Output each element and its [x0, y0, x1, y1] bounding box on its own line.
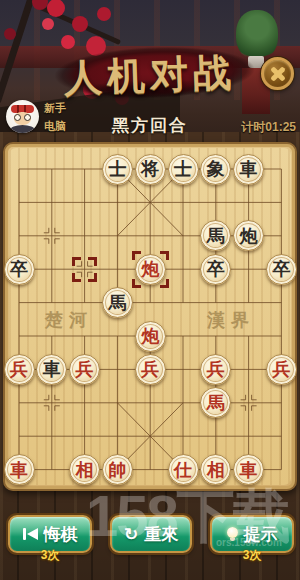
piece-black-r0c3[interactable]: 士 — [102, 154, 133, 185]
restart-label: 重來 — [144, 523, 178, 546]
piece-red-r9c5[interactable]: 仕 — [168, 454, 199, 485]
restart-icon: ↻ — [124, 526, 138, 543]
piece-red-r9c7[interactable]: 車 — [233, 454, 264, 485]
piece-black-r3c8[interactable]: 卒 — [266, 254, 297, 285]
piece-red-r3c4[interactable]: 炮 — [135, 254, 166, 285]
hint-icon — [227, 527, 238, 541]
page-title: 人机对战 — [0, 45, 300, 106]
piece-red-r6c0[interactable]: 兵 — [4, 354, 35, 385]
piece-red-r9c3[interactable]: 帥 — [102, 454, 133, 485]
piece-red-r6c4[interactable]: 兵 — [135, 354, 166, 385]
restart-button[interactable]: ↻ 重來 — [110, 515, 192, 553]
piece-red-r6c2[interactable]: 兵 — [69, 354, 100, 385]
hint-button[interactable]: 提示 3次 — [210, 515, 294, 553]
blossom-branch — [37, 4, 121, 45]
piece-black-r3c6[interactable]: 卒 — [200, 254, 231, 285]
piece-black-r6c1[interactable]: 車 — [36, 354, 67, 385]
piece-black-r4c3[interactable]: 馬 — [102, 287, 133, 318]
piece-red-r5c4[interactable]: 炮 — [135, 321, 166, 352]
undo-count: 3次 — [10, 547, 90, 564]
piece-black-r0c5[interactable]: 士 — [168, 154, 199, 185]
piece-red-r6c6[interactable]: 兵 — [200, 354, 231, 385]
xiangqi-board[interactable]: 楚河 漢界 士将士象車馬炮卒卒卒馬車炮炮兵兵兵兵兵馬車相帥仕相車 — [3, 142, 297, 491]
piece-red-r9c2[interactable]: 相 — [69, 454, 100, 485]
river-label-right: 漢界 — [207, 308, 255, 332]
undo-label: 悔棋 — [44, 523, 78, 546]
close-button[interactable] — [261, 57, 294, 90]
undo-icon — [23, 528, 38, 540]
piece-black-r0c4[interactable]: 将 — [135, 154, 166, 185]
piece-red-r6c8[interactable]: 兵 — [266, 354, 297, 385]
piece-black-r0c7[interactable]: 車 — [233, 154, 264, 185]
piece-red-r9c0[interactable]: 車 — [4, 454, 35, 485]
piece-black-r3c0[interactable]: 卒 — [4, 254, 35, 285]
piece-black-r0c6[interactable]: 象 — [200, 154, 231, 185]
timer: 计时01:25 — [241, 119, 296, 136]
hint-count: 3次 — [212, 547, 292, 564]
hint-label: 提示 — [244, 523, 278, 546]
river-label-left: 楚河 — [45, 308, 93, 332]
undo-button[interactable]: 悔棋 3次 — [8, 515, 92, 553]
